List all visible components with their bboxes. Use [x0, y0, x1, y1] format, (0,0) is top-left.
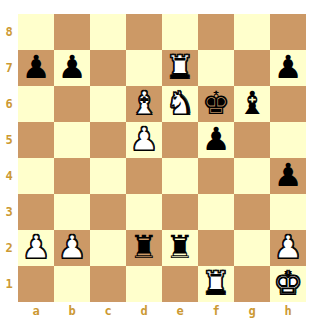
square-a4[interactable]	[18, 158, 54, 194]
square-e6[interactable]: ♞	[162, 86, 198, 122]
square-d7[interactable]	[126, 50, 162, 86]
rank-label-6: 6	[0, 86, 18, 122]
file-label-c: c	[90, 302, 126, 320]
square-c7[interactable]	[90, 50, 126, 86]
white-knight-icon: ♞	[166, 87, 195, 119]
square-d3[interactable]	[126, 194, 162, 230]
square-h1[interactable]: ♚	[270, 266, 306, 302]
square-e1[interactable]	[162, 266, 198, 302]
file-label-a: a	[18, 302, 54, 320]
square-a1[interactable]	[18, 266, 54, 302]
white-rook-icon: ♜	[166, 51, 195, 83]
rank-label-1: 1	[0, 266, 18, 302]
chess-diagram: 87654321 ♟♟♜♟♝♞♚♝♟♟♟♟♟♜♜♟♜♚ abcdefgh	[0, 0, 320, 320]
square-e5[interactable]	[162, 122, 198, 158]
square-d8[interactable]	[126, 14, 162, 50]
square-h3[interactable]	[270, 194, 306, 230]
square-c2[interactable]	[90, 230, 126, 266]
chess-board: ♟♟♜♟♝♞♚♝♟♟♟♟♟♜♜♟♜♚	[18, 14, 306, 302]
square-a8[interactable]	[18, 14, 54, 50]
square-h5[interactable]	[270, 122, 306, 158]
square-f1[interactable]: ♜	[198, 266, 234, 302]
black-rook-icon: ♜	[166, 231, 195, 263]
square-a7[interactable]: ♟	[18, 50, 54, 86]
black-pawn-icon: ♟	[22, 51, 51, 83]
rank-label-3: 3	[0, 194, 18, 230]
square-a6[interactable]	[18, 86, 54, 122]
square-g1[interactable]	[234, 266, 270, 302]
square-e3[interactable]	[162, 194, 198, 230]
square-a2[interactable]: ♟	[18, 230, 54, 266]
square-e4[interactable]	[162, 158, 198, 194]
rank-label-4: 4	[0, 158, 18, 194]
square-d6[interactable]: ♝	[126, 86, 162, 122]
square-g2[interactable]	[234, 230, 270, 266]
file-label-h: h	[270, 302, 306, 320]
square-a5[interactable]	[18, 122, 54, 158]
black-king-icon: ♚	[202, 87, 231, 119]
square-g6[interactable]: ♝	[234, 86, 270, 122]
square-c6[interactable]	[90, 86, 126, 122]
square-b3[interactable]	[54, 194, 90, 230]
square-b5[interactable]	[54, 122, 90, 158]
square-f8[interactable]	[198, 14, 234, 50]
rank-labels: 87654321	[0, 14, 18, 302]
square-c1[interactable]	[90, 266, 126, 302]
square-c4[interactable]	[90, 158, 126, 194]
rank-label-5: 5	[0, 122, 18, 158]
black-rook-icon: ♜	[130, 231, 159, 263]
square-h7[interactable]: ♟	[270, 50, 306, 86]
square-e2[interactable]: ♜	[162, 230, 198, 266]
white-bishop-icon: ♝	[130, 87, 159, 119]
square-e8[interactable]	[162, 14, 198, 50]
square-g5[interactable]	[234, 122, 270, 158]
square-b8[interactable]	[54, 14, 90, 50]
white-pawn-icon: ♟	[22, 231, 51, 263]
square-c5[interactable]	[90, 122, 126, 158]
black-pawn-icon: ♟	[202, 123, 231, 155]
square-f3[interactable]	[198, 194, 234, 230]
file-labels: abcdefgh	[18, 302, 306, 320]
square-c8[interactable]	[90, 14, 126, 50]
file-label-d: d	[126, 302, 162, 320]
square-d5[interactable]: ♟	[126, 122, 162, 158]
white-pawn-icon: ♟	[274, 231, 303, 263]
square-c3[interactable]	[90, 194, 126, 230]
square-g3[interactable]	[234, 194, 270, 230]
square-d1[interactable]	[126, 266, 162, 302]
black-pawn-icon: ♟	[274, 51, 303, 83]
square-b2[interactable]: ♟	[54, 230, 90, 266]
white-king-icon: ♚	[274, 267, 303, 299]
square-h4[interactable]: ♟	[270, 158, 306, 194]
rank-label-8: 8	[0, 14, 18, 50]
square-b6[interactable]	[54, 86, 90, 122]
square-g4[interactable]	[234, 158, 270, 194]
file-label-g: g	[234, 302, 270, 320]
square-f7[interactable]	[198, 50, 234, 86]
square-b7[interactable]: ♟	[54, 50, 90, 86]
square-d4[interactable]	[126, 158, 162, 194]
square-h6[interactable]	[270, 86, 306, 122]
square-f2[interactable]	[198, 230, 234, 266]
square-b1[interactable]	[54, 266, 90, 302]
black-pawn-icon: ♟	[274, 159, 303, 191]
file-label-e: e	[162, 302, 198, 320]
file-label-b: b	[54, 302, 90, 320]
square-a3[interactable]	[18, 194, 54, 230]
square-h8[interactable]	[270, 14, 306, 50]
square-f4[interactable]	[198, 158, 234, 194]
black-bishop-icon: ♝	[238, 87, 267, 119]
rank-label-7: 7	[0, 50, 18, 86]
file-label-f: f	[198, 302, 234, 320]
white-rook-icon: ♜	[202, 267, 231, 299]
square-g8[interactable]	[234, 14, 270, 50]
square-d2[interactable]: ♜	[126, 230, 162, 266]
white-pawn-icon: ♟	[58, 231, 87, 263]
square-h2[interactable]: ♟	[270, 230, 306, 266]
rank-label-2: 2	[0, 230, 18, 266]
square-f5[interactable]: ♟	[198, 122, 234, 158]
black-pawn-icon: ♟	[58, 51, 87, 83]
square-g7[interactable]	[234, 50, 270, 86]
square-b4[interactable]	[54, 158, 90, 194]
square-e7[interactable]: ♜	[162, 50, 198, 86]
square-f6[interactable]: ♚	[198, 86, 234, 122]
white-pawn-icon: ♟	[130, 123, 159, 155]
